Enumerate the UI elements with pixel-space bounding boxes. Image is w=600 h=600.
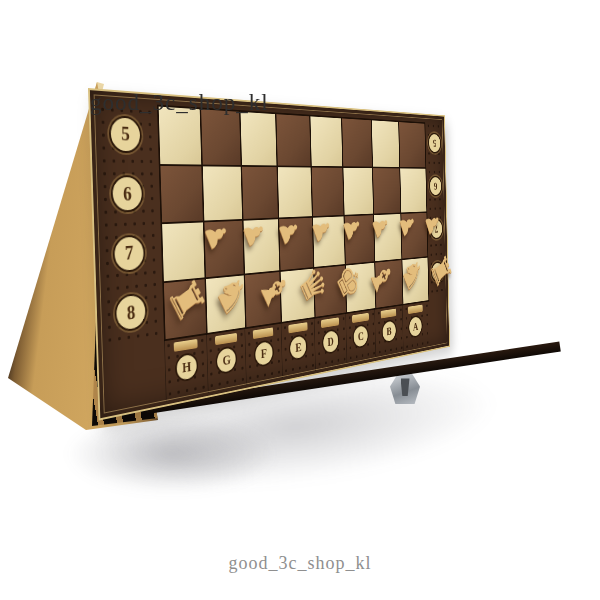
file-label-cell: D xyxy=(314,313,347,371)
file-label: H xyxy=(175,352,199,383)
file-label: E xyxy=(289,334,308,362)
file-label-cell: A xyxy=(402,301,429,353)
board-square xyxy=(343,167,373,214)
chess-piece-rook: ♜ xyxy=(426,249,455,294)
file-label-cell: E xyxy=(280,318,315,378)
file-label: D xyxy=(322,328,340,355)
board-square xyxy=(312,167,344,216)
gold-inlay-bar xyxy=(253,327,274,339)
board-square xyxy=(372,120,400,166)
file-label: C xyxy=(352,324,369,350)
watermark-top: good_3c_shop_kl xyxy=(90,90,269,116)
file-label: G xyxy=(216,345,238,375)
board-square xyxy=(201,109,240,164)
board-square xyxy=(160,165,202,222)
chess-piece-pawn: ♟ xyxy=(422,207,443,239)
board-square xyxy=(342,118,372,166)
watermark-bottom: good_3c_shop_kl xyxy=(229,553,372,574)
rank-label: 8 xyxy=(114,293,147,333)
file-label: A xyxy=(408,315,423,339)
file-label-cell: G xyxy=(206,328,246,393)
file-label: B xyxy=(381,319,397,344)
rank-label: 7 xyxy=(112,234,145,273)
gold-inlay-bar xyxy=(321,317,339,328)
gold-inlay-bar xyxy=(174,339,198,352)
chess-piece-pawn: ♟ xyxy=(308,211,335,247)
board-square xyxy=(400,168,426,212)
board-square xyxy=(399,122,425,167)
chess-piece-pawn: ♟ xyxy=(339,210,364,245)
board-square xyxy=(310,116,342,165)
left-rank-labels: 5678 xyxy=(97,103,157,346)
rank-label: 5 xyxy=(427,133,441,154)
chess-piece-pawn: ♟ xyxy=(396,208,418,241)
board-square xyxy=(373,168,401,214)
board-square xyxy=(277,114,311,165)
chess-piece-pawn: ♟ xyxy=(238,214,269,253)
chess-piece-knight: ♞ xyxy=(397,251,428,298)
product-photo: good_3c_shop_kl 5678 5678 HGFEDCBA ♟♟♟♟♟… xyxy=(0,0,600,600)
gold-inlay-bar xyxy=(288,322,307,333)
board-square xyxy=(242,166,278,219)
rank-label: 5 xyxy=(109,115,143,153)
rank-label: 6 xyxy=(110,176,143,213)
file-label-cell: H xyxy=(164,334,207,402)
file-label-cell: C xyxy=(345,309,375,365)
file-label-cell: F xyxy=(244,323,281,385)
board-square xyxy=(240,112,276,165)
chess-piece-pawn: ♟ xyxy=(368,209,392,243)
board-square xyxy=(203,166,242,221)
gold-inlay-bar xyxy=(215,333,237,345)
gold-inlay-bar xyxy=(352,313,369,323)
chess-piece-bishop: ♝ xyxy=(365,254,399,303)
board-square xyxy=(278,167,312,218)
chess-piece-pawn: ♟ xyxy=(200,215,234,255)
chess-piece-pawn: ♟ xyxy=(274,213,303,250)
rank-label: 6 xyxy=(428,176,442,197)
gold-inlay-bar xyxy=(408,305,423,314)
gold-inlay-bar xyxy=(381,309,397,319)
file-label-cell: B xyxy=(374,305,403,359)
file-label: F xyxy=(254,339,274,368)
